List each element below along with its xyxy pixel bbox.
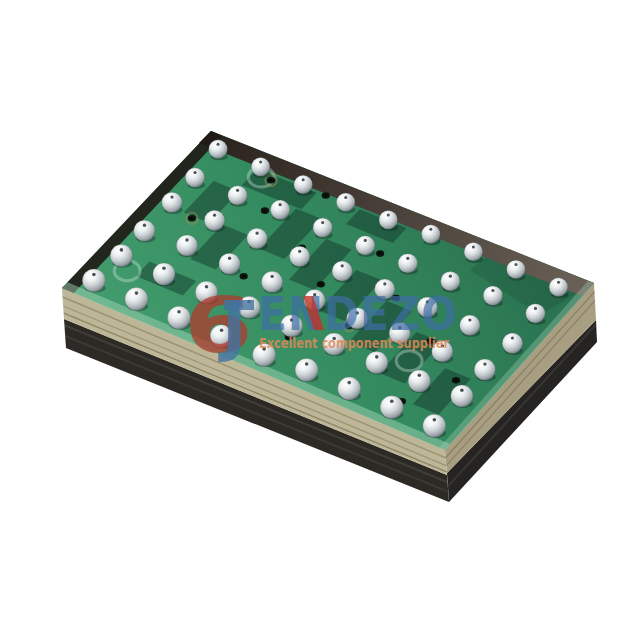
solder-ball [379,211,398,232]
ball-sphere [219,253,240,274]
solder-ball [209,140,228,161]
ball-sphere [125,288,148,311]
ball-sphere [366,352,388,374]
via-hole-center [269,179,273,182]
via-hole-center [263,209,267,212]
solder-ball [251,158,270,179]
solder-ball [110,245,132,268]
solder-ball [153,263,176,286]
ball-reflection-dot [298,250,301,253]
solder-ball [82,269,105,293]
solder-ball [336,193,355,214]
tagline-text: Excellent component supplier [259,335,449,351]
ball-sphere [228,186,247,205]
ball-sphere [289,246,309,266]
brand-text: ENDEZO [258,287,458,341]
ball-reflection-dot [228,257,231,260]
ball-sphere [460,315,480,335]
ball-reflection-dot [135,291,139,295]
ball-reflection-dot [491,289,494,292]
solder-ball [295,359,318,383]
via-hole-center [378,252,382,255]
ball-sphere [338,377,361,400]
solder-ball [464,242,483,263]
solder-ball [422,225,441,246]
ball-sphere [549,278,568,297]
ball-reflection-dot [185,238,188,241]
ball-sphere [162,192,182,212]
ball-reflection-dot [213,214,216,217]
ball-reflection-dot [514,263,517,266]
via-hole-center [324,194,328,197]
solder-ball [313,218,333,239]
solder-ball [162,192,183,214]
ball-reflection-dot [375,355,379,359]
ball-reflection-dot [418,374,422,378]
via-hole-center [190,217,194,220]
via-hole-center [242,275,246,278]
ball-reflection-dot [279,203,282,206]
ball-sphere [451,385,473,407]
ball-reflection-dot [344,196,347,199]
solder-ball [294,175,313,196]
ball-reflection-dot [472,245,475,248]
ball-sphere [526,304,545,323]
ball-reflection-dot [364,239,367,242]
solder-ball [289,246,310,268]
solder-ball [247,228,268,250]
ball-reflection-dot [534,307,537,310]
solder-ball [408,370,430,393]
ball-reflection-dot [170,196,173,199]
ball-reflection-dot [460,388,464,392]
solder-ball [366,352,389,375]
ball-reflection-dot [305,362,309,366]
ball-reflection-dot [383,282,386,285]
solder-ball [228,186,248,207]
ball-reflection-dot [387,214,390,217]
ball-sphere [380,396,403,419]
via-hole-center [454,379,458,382]
ball-sphere [408,370,430,392]
ball-reflection-dot [406,257,409,260]
solder-ball [204,210,225,232]
ball-reflection-dot [341,264,344,267]
ball-reflection-dot [433,418,437,422]
ball-sphere [332,261,352,281]
ball-sphere [110,245,132,267]
solder-ball [502,333,523,355]
ball-sphere [82,269,105,292]
solder-ball [423,414,446,438]
ball-sphere [134,220,155,241]
ball-reflection-dot [468,318,471,321]
solder-ball [134,220,156,242]
ball-sphere [423,414,446,437]
ball-reflection-dot [347,381,351,385]
solder-ball [270,200,290,221]
logo-mark-right: J [218,288,247,365]
ball-reflection-dot [511,336,514,339]
ball-reflection-dot [92,273,96,277]
solder-ball [380,396,403,420]
ball-reflection-dot [193,171,196,174]
ball-sphere [507,260,526,279]
solder-ball [549,278,568,298]
ball-sphere [398,254,417,273]
ball-sphere [483,286,502,305]
ball-sphere [464,242,483,261]
solder-ball [125,288,148,312]
ball-reflection-dot [236,189,239,192]
ball-sphere [153,263,175,285]
solder-ball [507,260,526,280]
product-photo-canvas: 6 J ENDEZO Excellent component supplier [0,0,640,640]
ball-sphere [356,236,375,255]
ball-sphere [336,193,355,212]
solder-ball [474,359,496,381]
ball-sphere [247,228,267,248]
ball-sphere [294,175,313,194]
solder-ball [451,385,474,408]
ball-sphere [209,140,228,159]
ball-reflection-dot [557,281,560,284]
solder-ball [483,286,503,307]
ball-reflection-dot [270,275,273,278]
ball-reflection-dot [120,248,124,252]
ball-sphere [204,210,224,230]
component-photo: 6 J ENDEZO Excellent component supplier [0,0,640,640]
ball-sphere [422,225,441,244]
solder-ball [332,261,353,283]
ball-sphere [502,333,522,353]
ball-sphere [295,359,318,382]
ball-reflection-dot [390,399,394,403]
ball-sphere [313,218,332,237]
solder-ball [185,168,205,189]
ball-reflection-dot [177,310,181,314]
solder-ball [176,235,198,257]
ball-sphere [251,158,270,177]
ball-reflection-dot [449,275,452,278]
ball-reflection-dot [217,143,220,146]
ball-reflection-dot [483,362,486,365]
ball-reflection-dot [259,161,262,164]
ball-sphere [379,211,398,230]
solder-ball [338,377,361,401]
ball-reflection-dot [143,224,146,227]
solder-ball [460,315,481,337]
ball-sphere [176,235,197,256]
ball-sphere [185,168,204,187]
solder-ball [356,236,376,257]
ball-reflection-dot [162,267,166,271]
solder-ball [526,304,546,325]
ball-reflection-dot [302,178,305,181]
via-hole-center [319,283,323,286]
ball-sphere [474,359,495,380]
ball-reflection-dot [256,232,259,235]
ball-reflection-dot [321,221,324,224]
ball-sphere [270,200,289,219]
solder-ball [398,254,418,275]
solder-ball [219,253,241,275]
ball-reflection-dot [429,228,432,231]
